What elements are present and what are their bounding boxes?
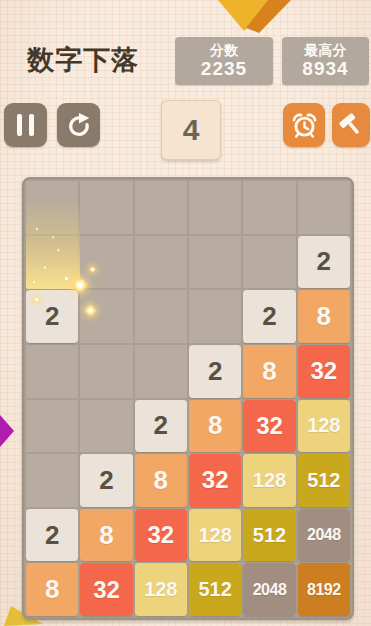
tile-2[interactable]: 2: [80, 454, 132, 507]
tile-32[interactable]: 32: [189, 454, 241, 507]
cell-r8c6[interactable]: 8192: [298, 563, 350, 616]
cell-r3c4[interactable]: [189, 290, 241, 343]
cell-r4c2[interactable]: [80, 345, 132, 398]
tile-8192[interactable]: 8192: [298, 563, 350, 616]
cell-r2c6[interactable]: 2: [298, 236, 350, 289]
cell-r2c4[interactable]: [189, 236, 241, 289]
tile-8[interactable]: 8: [189, 400, 241, 453]
best-score-label: 最高分: [305, 42, 347, 58]
tile-128[interactable]: 128: [298, 400, 350, 453]
cell-r5c3[interactable]: 2: [135, 400, 187, 453]
cell-r6c1[interactable]: [26, 454, 78, 507]
cell-r8c2[interactable]: 32: [80, 563, 132, 616]
cell-r4c5[interactable]: 8: [243, 345, 295, 398]
cell-r7c2[interactable]: 8: [80, 509, 132, 562]
cell-r1c4[interactable]: [189, 181, 241, 234]
board-grid: 2228283228321282832128512283212851220488…: [24, 179, 352, 618]
cell-r2c1[interactable]: [26, 236, 78, 289]
cell-r7c6[interactable]: 2048: [298, 509, 350, 562]
cell-r8c4[interactable]: 512: [189, 563, 241, 616]
cell-r2c5[interactable]: [243, 236, 295, 289]
cell-r6c5[interactable]: 128: [243, 454, 295, 507]
restart-button[interactable]: [57, 103, 100, 147]
tile-8[interactable]: 8: [298, 290, 350, 343]
purple-arrow-decoration: [0, 415, 14, 447]
cell-r4c1[interactable]: [26, 345, 78, 398]
cell-r1c6[interactable]: [298, 181, 350, 234]
tile-2[interactable]: 2: [135, 400, 187, 453]
cell-r3c3[interactable]: [135, 290, 187, 343]
game-board: 2228283228321282832128512283212851220488…: [22, 177, 354, 620]
best-score-panel: 最高分 8934: [282, 37, 369, 85]
tile-128[interactable]: 128: [243, 454, 295, 507]
tile-2[interactable]: 2: [26, 509, 78, 562]
game-screen: 数字下落 分数 2235 最高分 8934 4: [0, 0, 371, 626]
cell-r7c1[interactable]: 2: [26, 509, 78, 562]
cell-r4c6[interactable]: 32: [298, 345, 350, 398]
cell-r6c3[interactable]: 8: [135, 454, 187, 507]
best-score-value: 8934: [302, 58, 348, 80]
cell-r8c1[interactable]: 8: [26, 563, 78, 616]
next-tile-preview: 4: [161, 100, 221, 160]
tile-2[interactable]: 2: [243, 290, 295, 343]
tile-128[interactable]: 128: [135, 563, 187, 616]
cell-r1c5[interactable]: [243, 181, 295, 234]
tile-2048[interactable]: 2048: [243, 563, 295, 616]
score-panel: 分数 2235: [175, 37, 273, 85]
tile-32[interactable]: 32: [135, 509, 187, 562]
cell-r1c2[interactable]: [80, 181, 132, 234]
restart-icon: [66, 112, 92, 138]
cell-r1c3[interactable]: [135, 181, 187, 234]
tile-512[interactable]: 512: [189, 563, 241, 616]
cell-r8c5[interactable]: 2048: [243, 563, 295, 616]
cell-r7c4[interactable]: 128: [189, 509, 241, 562]
tile-8[interactable]: 8: [26, 563, 78, 616]
tile-8[interactable]: 8: [135, 454, 187, 507]
cell-r3c1[interactable]: 2: [26, 290, 78, 343]
cell-r2c2[interactable]: [80, 236, 132, 289]
cell-r4c3[interactable]: [135, 345, 187, 398]
alarm-clock-icon: [291, 112, 318, 139]
cell-r6c2[interactable]: 2: [80, 454, 132, 507]
tile-32[interactable]: 32: [298, 345, 350, 398]
tile-512[interactable]: 512: [243, 509, 295, 562]
next-tile-value: 4: [183, 113, 200, 147]
cell-r2c3[interactable]: [135, 236, 187, 289]
ribbon-decoration: [0, 0, 371, 36]
tile-512[interactable]: 512: [298, 454, 350, 507]
tile-8[interactable]: 8: [243, 345, 295, 398]
cell-r5c5[interactable]: 32: [243, 400, 295, 453]
hammer-icon: [338, 112, 364, 138]
tile-2048[interactable]: 2048: [298, 509, 350, 562]
tile-128[interactable]: 128: [189, 509, 241, 562]
alarm-button[interactable]: [283, 103, 325, 147]
cell-r5c6[interactable]: 128: [298, 400, 350, 453]
cell-r3c5[interactable]: 2: [243, 290, 295, 343]
tile-2[interactable]: 2: [189, 345, 241, 398]
page-title: 数字下落: [27, 42, 139, 78]
cell-r1c1[interactable]: [26, 181, 78, 234]
cell-r8c3[interactable]: 128: [135, 563, 187, 616]
hammer-button[interactable]: [332, 103, 370, 147]
pause-button[interactable]: [4, 103, 47, 147]
score-value: 2235: [201, 58, 247, 80]
cell-r7c3[interactable]: 32: [135, 509, 187, 562]
cell-r5c2[interactable]: [80, 400, 132, 453]
pause-icon: [17, 114, 34, 136]
cell-r3c2[interactable]: [80, 290, 132, 343]
cell-r5c1[interactable]: [26, 400, 78, 453]
tile-32[interactable]: 32: [243, 400, 295, 453]
cell-r3c6[interactable]: 8: [298, 290, 350, 343]
tile-2[interactable]: 2: [26, 290, 78, 343]
tile-2[interactable]: 2: [298, 236, 350, 289]
cell-r7c5[interactable]: 512: [243, 509, 295, 562]
tile-32[interactable]: 32: [80, 563, 132, 616]
score-label: 分数: [210, 42, 238, 58]
cell-r4c4[interactable]: 2: [189, 345, 241, 398]
cell-r6c4[interactable]: 32: [189, 454, 241, 507]
cell-r6c6[interactable]: 512: [298, 454, 350, 507]
tile-8[interactable]: 8: [80, 509, 132, 562]
cell-r5c4[interactable]: 8: [189, 400, 241, 453]
